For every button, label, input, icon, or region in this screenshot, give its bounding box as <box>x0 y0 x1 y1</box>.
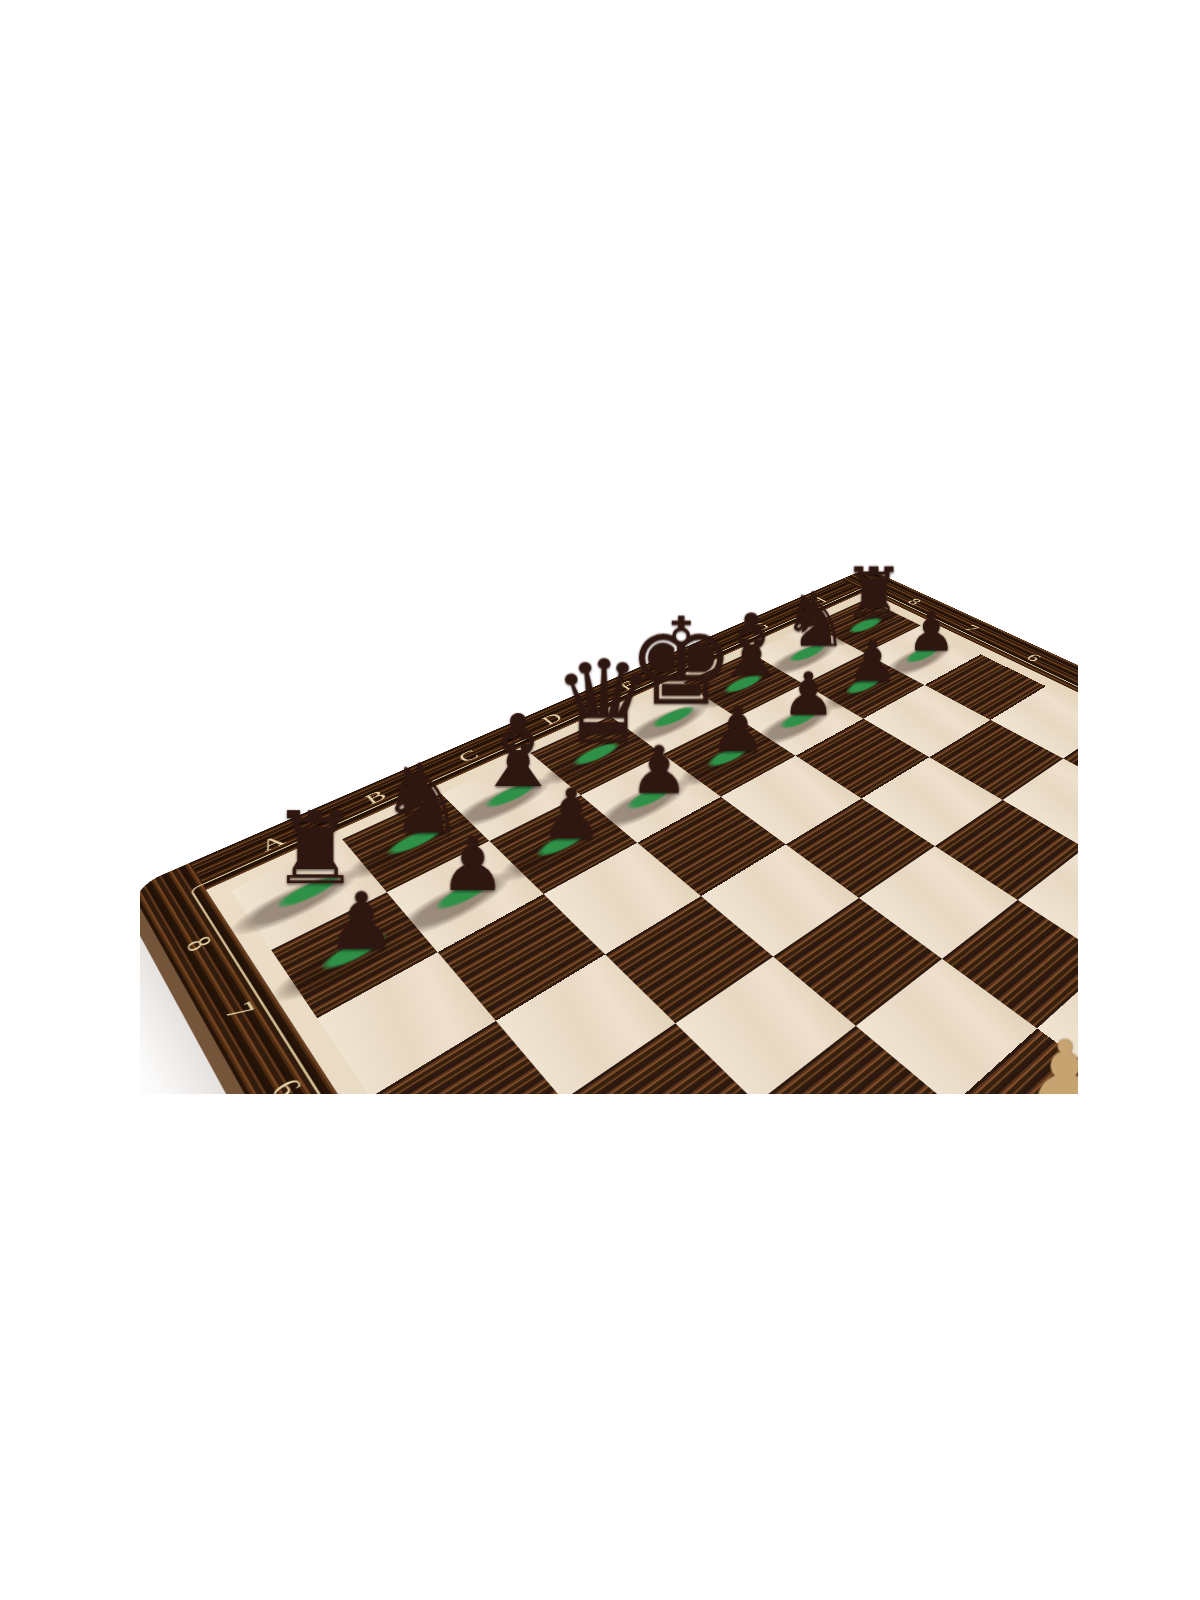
board-photo: ♜♞♝♛♚♝♞♜♟♟♟♟♟♟♟♟♟ AABBCCDDEEFFGGHH887766… <box>140 490 1078 1094</box>
piece-white-pawn-d2: ♟ <box>951 1028 1078 1094</box>
white-pawn-glyph: ♟ <box>940 1028 1078 1094</box>
chess-board: ♜♞♝♛♚♝♞♜♟♟♟♟♟♟♟♟♟ AABBCCDDEEFFGGHH887766… <box>140 568 1078 1094</box>
black-pawn-glyph: ♟ <box>254 881 468 960</box>
square-d2: ♟ <box>951 1028 1078 1094</box>
photo-page: Product photo of a wooden chess set on a… <box>0 0 1200 1600</box>
